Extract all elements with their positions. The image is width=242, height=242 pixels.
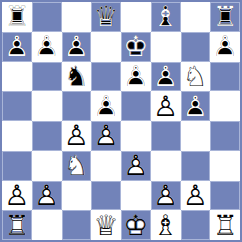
square-f7[interactable]: [151, 32, 181, 62]
square-a5[interactable]: [2, 91, 32, 121]
square-d4[interactable]: ♟♙: [91, 121, 121, 151]
square-b4[interactable]: [32, 121, 62, 151]
square-e3[interactable]: ♟♙: [121, 151, 151, 181]
black-pawn-outline-glyph: ♙: [121, 62, 151, 92]
piece-black-pawn[interactable]: ♟♙: [210, 32, 240, 62]
square-c2[interactable]: [62, 181, 92, 211]
square-c4[interactable]: ♟♙: [62, 121, 92, 151]
square-a2[interactable]: ♟♙: [2, 181, 32, 211]
square-g2[interactable]: ♟♙: [181, 181, 211, 211]
square-f8[interactable]: ♝♗: [151, 2, 181, 32]
piece-black-pawn[interactable]: ♟♙: [62, 32, 92, 62]
square-g1[interactable]: [181, 210, 211, 240]
square-b7[interactable]: ♟♙: [32, 32, 62, 62]
square-d1[interactable]: ♛♕: [91, 210, 121, 240]
piece-white-pawn[interactable]: ♟♙: [181, 181, 211, 211]
square-h1[interactable]: ♜♖: [210, 210, 240, 240]
white-pawn-outline-glyph: ♙: [151, 91, 181, 121]
square-h3[interactable]: [210, 151, 240, 181]
square-c5[interactable]: [62, 91, 92, 121]
piece-white-pawn[interactable]: ♟♙: [121, 151, 151, 181]
square-b8[interactable]: [32, 2, 62, 32]
square-a6[interactable]: [2, 62, 32, 92]
black-king-outline-glyph: ♔: [121, 32, 151, 62]
white-knight-outline-glyph: ♘: [181, 62, 211, 92]
square-c1[interactable]: [62, 210, 92, 240]
white-pawn-outline-glyph: ♙: [121, 151, 151, 181]
square-e5[interactable]: [121, 91, 151, 121]
piece-white-king[interactable]: ♚♔: [121, 210, 151, 240]
square-g7[interactable]: [181, 32, 211, 62]
piece-black-knight[interactable]: ♞♘: [62, 62, 92, 92]
square-d8[interactable]: ♛♕: [91, 2, 121, 32]
black-knight-outline-glyph: ♘: [62, 62, 92, 92]
square-g6[interactable]: ♞♘: [181, 62, 211, 92]
black-pawn-outline-glyph: ♙: [62, 32, 92, 62]
square-c6[interactable]: ♞♘: [62, 62, 92, 92]
piece-black-rook[interactable]: ♜♖: [2, 2, 32, 32]
piece-white-pawn[interactable]: ♟♙: [62, 121, 92, 151]
piece-white-pawn[interactable]: ♟♙: [2, 181, 32, 211]
square-d7[interactable]: [91, 32, 121, 62]
square-a8[interactable]: ♜♖: [2, 2, 32, 32]
square-b1[interactable]: [32, 210, 62, 240]
piece-white-queen[interactable]: ♛♕: [91, 210, 121, 240]
piece-black-pawn[interactable]: ♟♙: [91, 91, 121, 121]
square-d2[interactable]: [91, 181, 121, 211]
white-king-outline-glyph: ♔: [121, 210, 151, 240]
square-a1[interactable]: ♜♖: [2, 210, 32, 240]
square-f6[interactable]: ♟♙: [151, 62, 181, 92]
black-rook-outline-glyph: ♖: [2, 2, 32, 32]
square-b2[interactable]: ♟♙: [32, 181, 62, 211]
square-a4[interactable]: [2, 121, 32, 151]
square-b3[interactable]: [32, 151, 62, 181]
white-pawn-outline-glyph: ♙: [2, 181, 32, 211]
square-f5[interactable]: ♟♙: [151, 91, 181, 121]
square-e6[interactable]: ♟♙: [121, 62, 151, 92]
square-e2[interactable]: [121, 181, 151, 211]
black-queen-outline-glyph: ♕: [91, 2, 121, 32]
square-f3[interactable]: [151, 151, 181, 181]
square-d6[interactable]: [91, 62, 121, 92]
piece-black-king[interactable]: ♚♔: [121, 32, 151, 62]
white-rook-outline-glyph: ♖: [2, 210, 32, 240]
square-h5[interactable]: [210, 91, 240, 121]
white-rook-outline-glyph: ♖: [210, 210, 240, 240]
chess-board: ♜♖♛♕♝♗♜♖♟♙♟♙♟♙♚♔♟♙♞♘♟♙♟♙♞♘♟♙♟♙♟♙♟♙♟♙♞♘♟♙…: [2, 2, 240, 240]
square-h6[interactable]: [210, 62, 240, 92]
piece-black-pawn[interactable]: ♟♙: [151, 62, 181, 92]
black-pawn-outline-glyph: ♙: [181, 91, 211, 121]
square-h7[interactable]: ♟♙: [210, 32, 240, 62]
square-f1[interactable]: ♝♗: [151, 210, 181, 240]
piece-white-pawn[interactable]: ♟♙: [91, 121, 121, 151]
black-pawn-outline-glyph: ♙: [32, 32, 62, 62]
square-a3[interactable]: [2, 151, 32, 181]
piece-white-pawn[interactable]: ♟♙: [151, 181, 181, 211]
square-h2[interactable]: [210, 181, 240, 211]
piece-black-queen[interactable]: ♛♕: [91, 2, 121, 32]
chess-board-frame: ♜♖♛♕♝♗♜♖♟♙♟♙♟♙♚♔♟♙♞♘♟♙♟♙♞♘♟♙♟♙♟♙♟♙♟♙♞♘♟♙…: [0, 0, 242, 242]
piece-white-rook[interactable]: ♜♖: [2, 210, 32, 240]
piece-white-knight[interactable]: ♞♘: [181, 62, 211, 92]
white-pawn-outline-glyph: ♙: [91, 121, 121, 151]
square-c7[interactable]: ♟♙: [62, 32, 92, 62]
piece-black-rook[interactable]: ♜♖: [210, 2, 240, 32]
black-bishop-outline-glyph: ♗: [151, 2, 181, 32]
square-e7[interactable]: ♚♔: [121, 32, 151, 62]
square-e1[interactable]: ♚♔: [121, 210, 151, 240]
white-queen-outline-glyph: ♕: [91, 210, 121, 240]
square-f4[interactable]: [151, 121, 181, 151]
piece-black-bishop[interactable]: ♝♗: [151, 2, 181, 32]
white-pawn-outline-glyph: ♙: [151, 181, 181, 211]
square-g5[interactable]: ♟♙: [181, 91, 211, 121]
square-h4[interactable]: [210, 121, 240, 151]
white-pawn-outline-glyph: ♙: [32, 181, 62, 211]
square-h8[interactable]: ♜♖: [210, 2, 240, 32]
black-pawn-outline-glyph: ♙: [2, 32, 32, 62]
piece-white-rook[interactable]: ♜♖: [210, 210, 240, 240]
square-d5[interactable]: ♟♙: [91, 91, 121, 121]
square-c3[interactable]: ♞♘: [62, 151, 92, 181]
piece-white-knight[interactable]: ♞♘: [62, 151, 92, 181]
piece-white-pawn[interactable]: ♟♙: [32, 181, 62, 211]
black-pawn-outline-glyph: ♙: [151, 62, 181, 92]
square-g8[interactable]: [181, 2, 211, 32]
piece-black-pawn[interactable]: ♟♙: [32, 32, 62, 62]
square-c8[interactable]: [62, 2, 92, 32]
black-pawn-outline-glyph: ♙: [210, 32, 240, 62]
white-pawn-outline-glyph: ♙: [62, 121, 92, 151]
square-b6[interactable]: [32, 62, 62, 92]
square-g3[interactable]: [181, 151, 211, 181]
piece-black-pawn[interactable]: ♟♙: [2, 32, 32, 62]
piece-white-pawn[interactable]: ♟♙: [151, 91, 181, 121]
white-pawn-outline-glyph: ♙: [181, 181, 211, 211]
piece-white-bishop[interactable]: ♝♗: [151, 210, 181, 240]
square-e4[interactable]: [121, 121, 151, 151]
square-e8[interactable]: [121, 2, 151, 32]
black-pawn-outline-glyph: ♙: [91, 91, 121, 121]
white-bishop-outline-glyph: ♗: [151, 210, 181, 240]
square-d3[interactable]: [91, 151, 121, 181]
piece-black-pawn[interactable]: ♟♙: [181, 91, 211, 121]
square-a7[interactable]: ♟♙: [2, 32, 32, 62]
black-rook-outline-glyph: ♖: [210, 2, 240, 32]
white-knight-outline-glyph: ♘: [62, 151, 92, 181]
piece-black-pawn[interactable]: ♟♙: [121, 62, 151, 92]
square-f2[interactable]: ♟♙: [151, 181, 181, 211]
square-b5[interactable]: [32, 91, 62, 121]
square-g4[interactable]: [181, 121, 211, 151]
